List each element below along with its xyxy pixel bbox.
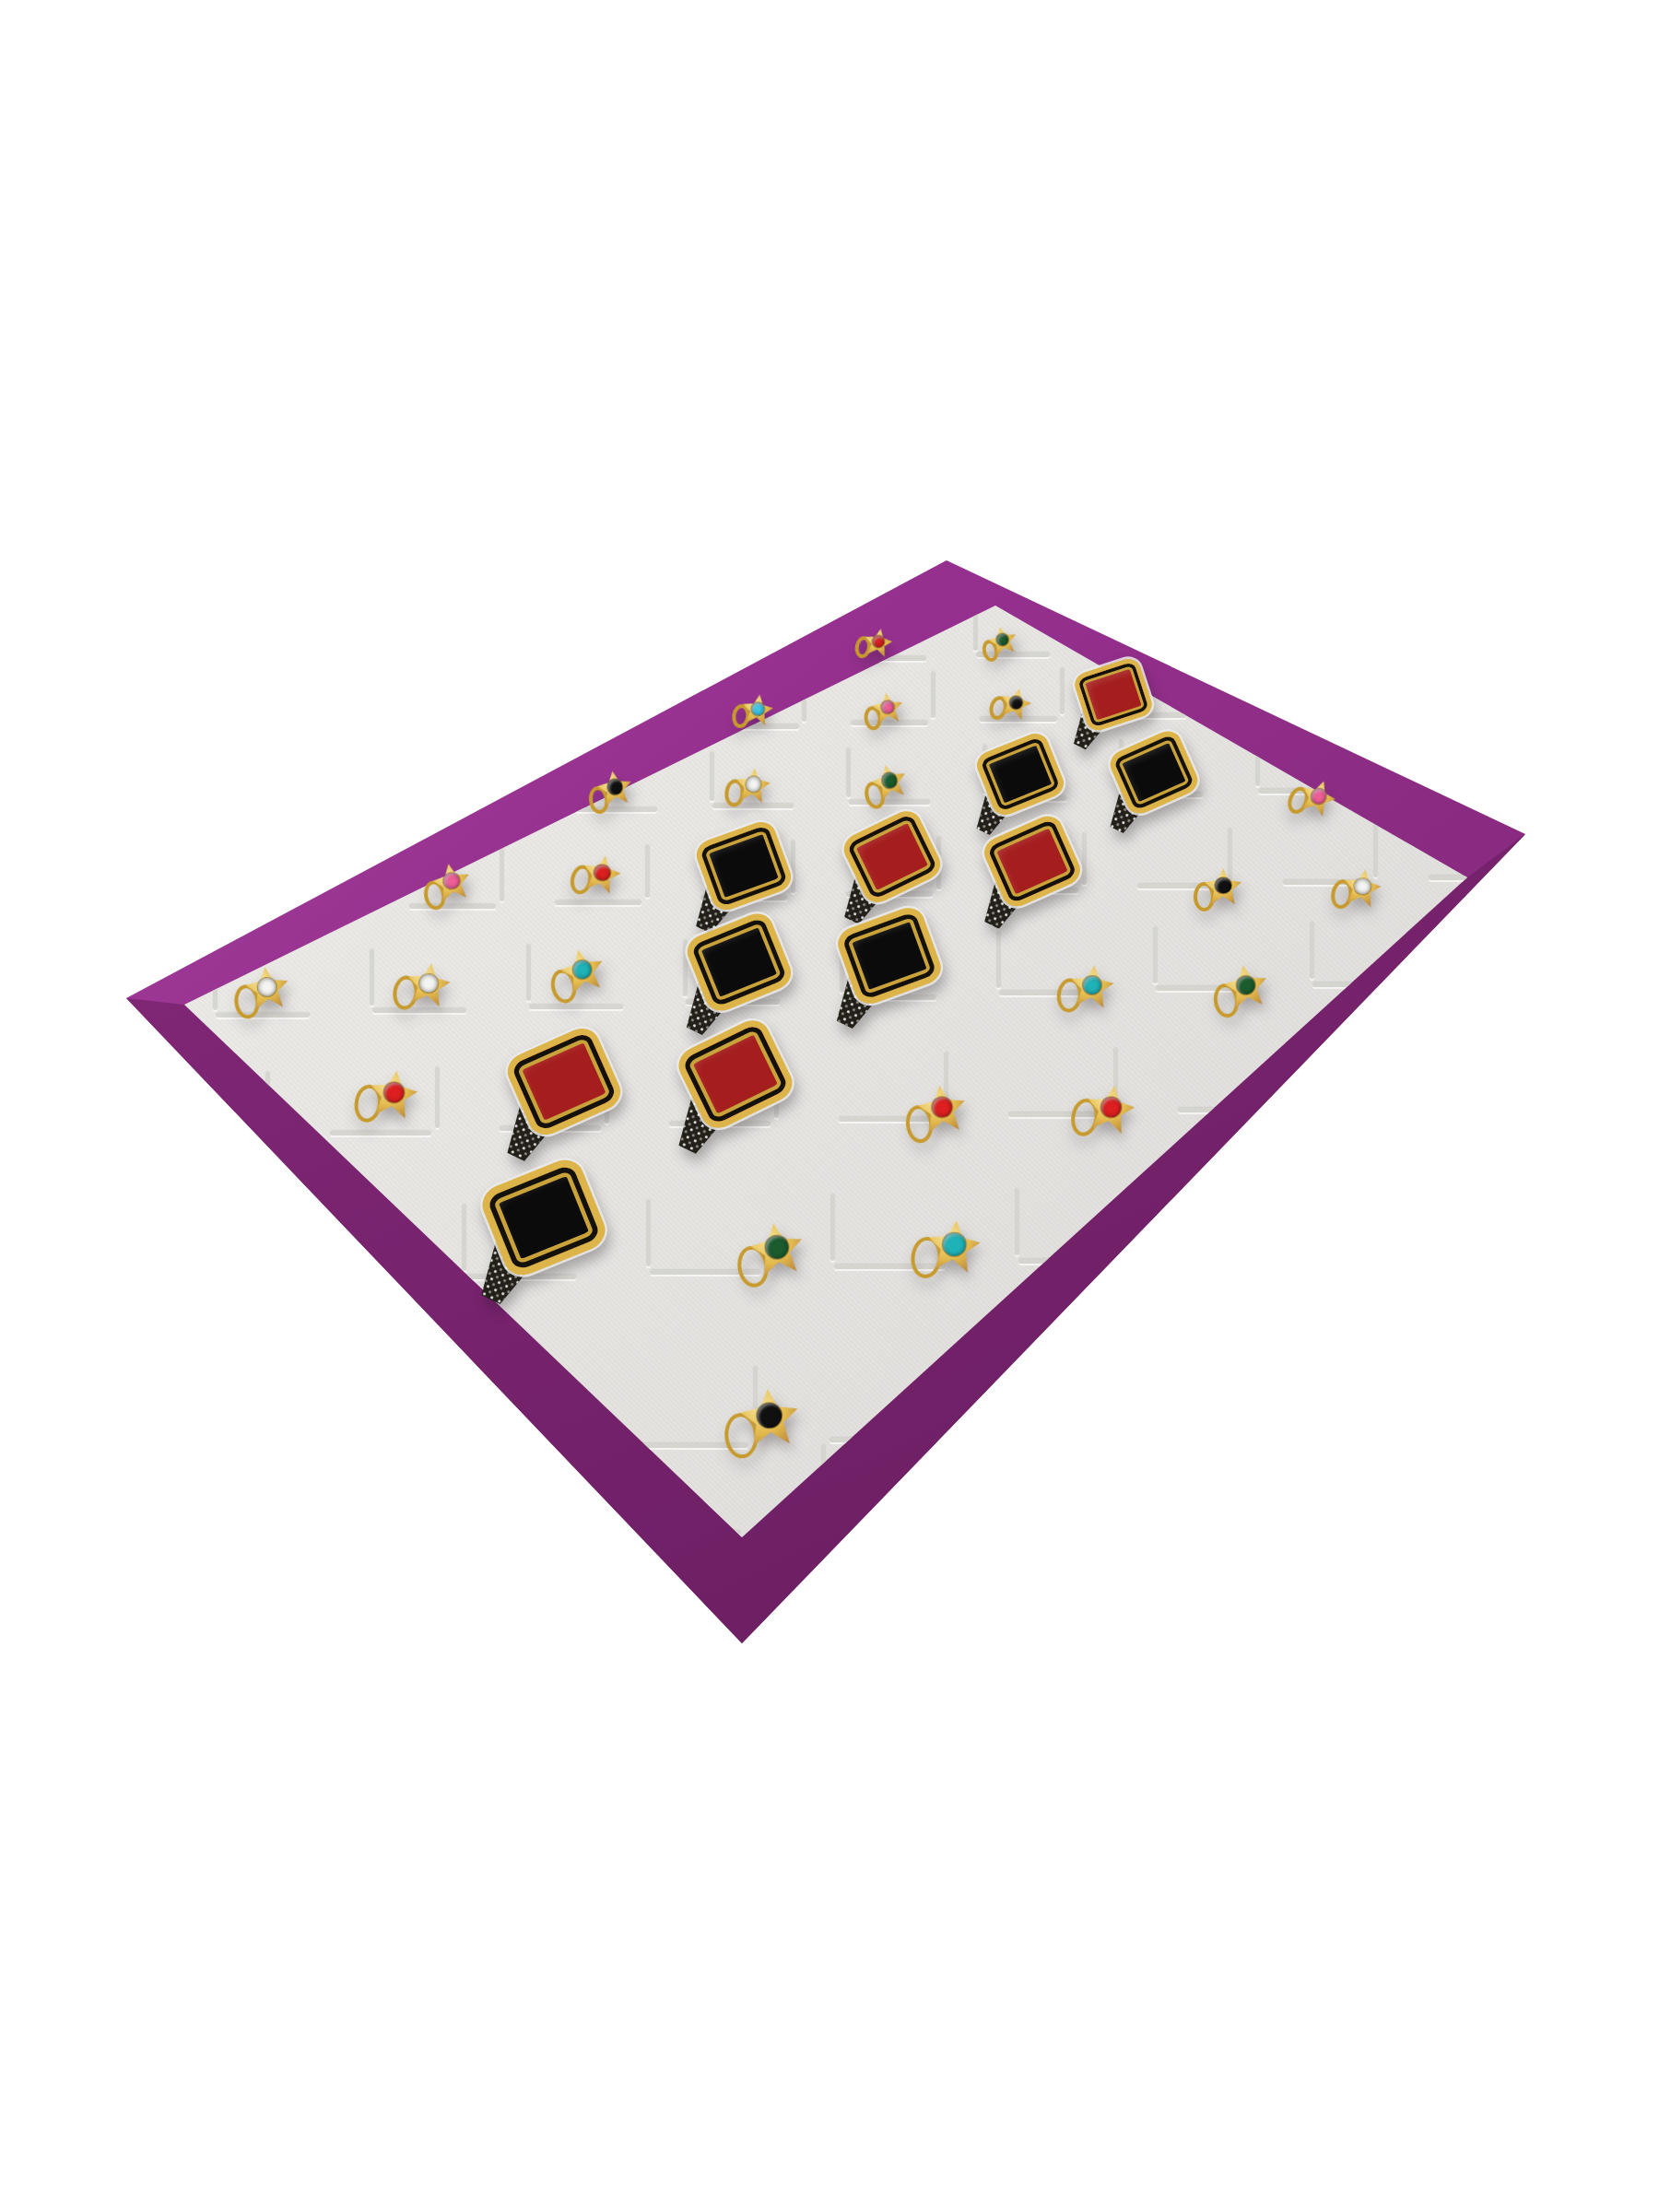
ring-signet-signet-red-row4-slot5	[991, 825, 1074, 908]
ring-star-cyan-row2-slot1	[740, 692, 774, 726]
rings-layer	[0, 0, 1659, 2212]
ring-star-green-row5-slot7	[1222, 962, 1270, 1010]
ring-star-teal-row5-slot6	[1069, 963, 1116, 1010]
ring-star-green-row3-slot3	[869, 761, 911, 803]
ring-signet-signet-black-row3-slot4	[982, 741, 1058, 817]
ring-star-teal-row5-slot3	[558, 946, 608, 996]
ring-signet-signet-red-row2-slot4	[1079, 665, 1147, 733]
star-stone	[1215, 877, 1231, 894]
ring-star-black-row2-slot3	[997, 685, 1034, 722]
ring-star-pink-row2-slot2	[871, 691, 904, 724]
ring-star-red-row4-slot2	[580, 852, 623, 895]
ring-signet-signet-black-row3-slot5	[1116, 739, 1192, 815]
ring-star-black-row4-slot6	[1205, 868, 1241, 905]
ring-star-pink-row4-slot1	[430, 861, 473, 903]
ring-signet-signet-red-row6-slot2	[515, 1039, 613, 1136]
ring-star-white-row5-slot1	[244, 965, 291, 1012]
ring-star-red-row6-slot5	[1083, 1081, 1137, 1135]
ring-star-white-row3-slot2	[735, 767, 772, 805]
ring-star-green-row7-slot2	[747, 1219, 806, 1277]
ring-signet-signet-red-row6-slot3	[687, 1031, 784, 1129]
ring-star-black-row3-slot1	[595, 769, 634, 807]
ring-star-white-row5-slot2	[405, 960, 453, 1008]
star-stone	[880, 700, 895, 714]
ring-signet-signet-black-row7-slot1	[490, 1171, 597, 1277]
photo-stage	[0, 0, 1659, 2212]
ring-star-teal-row7-slot3	[925, 1218, 982, 1275]
ring-star-white-row4-slot7	[1341, 866, 1383, 909]
ring-star-red-row6-slot1	[367, 1067, 420, 1121]
ring-signet-signet-red-row4-slot4	[851, 820, 934, 903]
ring-star-red-row6-slot4	[916, 1083, 968, 1135]
ring-signet-signet-black-row4-slot3	[702, 829, 785, 912]
ring-star-pink-row3-slot6	[1296, 775, 1339, 818]
ring-signet-signet-black-row5-slot5	[844, 916, 935, 1006]
ring-star-green-row1-slot2	[986, 624, 1019, 657]
ring-signet-signet-black-row5-slot4	[694, 923, 784, 1013]
ring-star-black-row8-slot1	[739, 1387, 800, 1448]
ring-star-red-row1-slot1	[863, 627, 895, 659]
